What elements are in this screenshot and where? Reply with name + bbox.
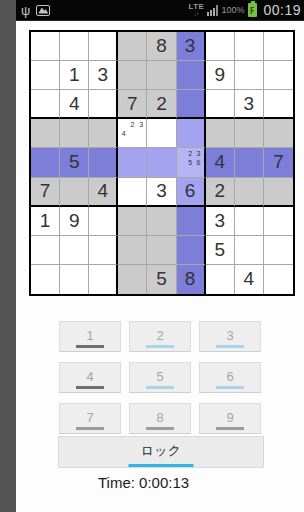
keypad-button-7[interactable]: 7 bbox=[59, 403, 121, 434]
cell-r8c2[interactable] bbox=[60, 236, 89, 265]
cell-value: 8 bbox=[185, 268, 196, 290]
cell-r1c9[interactable] bbox=[264, 32, 293, 61]
cell-r2c9[interactable] bbox=[264, 61, 293, 90]
keypad-button-label: 4 bbox=[86, 369, 93, 384]
keypad-button-label: 2 bbox=[156, 328, 163, 343]
cell-r5c6[interactable]: 2356 bbox=[177, 148, 206, 177]
screenshot-icon-mountain bbox=[38, 8, 48, 14]
cell-r8c7[interactable]: 5 bbox=[206, 236, 235, 265]
screenshot-icon bbox=[36, 5, 50, 16]
cell-r5c8[interactable] bbox=[235, 148, 264, 177]
cell-r9c7[interactable] bbox=[206, 265, 235, 294]
cell-r4c9[interactable] bbox=[264, 119, 293, 148]
cell-r5c1[interactable] bbox=[31, 148, 60, 177]
cell-r9c1[interactable] bbox=[31, 265, 60, 294]
cell-r7c5[interactable] bbox=[147, 207, 176, 236]
cell-r5c7[interactable]: 4 bbox=[206, 148, 235, 177]
cell-r5c3[interactable] bbox=[89, 148, 118, 177]
cell-r8c5[interactable] bbox=[147, 236, 176, 265]
cell-r4c1[interactable] bbox=[31, 119, 60, 148]
cell-r4c3[interactable] bbox=[89, 119, 118, 148]
cell-r5c5[interactable] bbox=[147, 148, 176, 177]
cell-r5c2[interactable]: 5 bbox=[60, 148, 89, 177]
keypad-button-label: 8 bbox=[156, 410, 163, 425]
cell-r6c9[interactable] bbox=[264, 178, 293, 207]
cell-value: 5 bbox=[69, 151, 80, 173]
cell-r7c2[interactable]: 9 bbox=[60, 207, 89, 236]
cell-r1c6[interactable]: 3 bbox=[177, 32, 206, 61]
cell-value: 2 bbox=[156, 93, 167, 115]
keypad-button-label: 6 bbox=[226, 369, 233, 384]
keypad-button-4[interactable]: 4 bbox=[59, 362, 121, 393]
cell-r9c5[interactable]: 5 bbox=[147, 265, 176, 294]
charging-bolt-icon: ϝ bbox=[250, 5, 254, 14]
sudoku-grid: 8313947232345235647743621935584 bbox=[29, 30, 295, 296]
status-right-icons: LTE ↓↑ 100% ϝ 00:19 bbox=[188, 2, 301, 18]
cell-r6c7[interactable]: 2 bbox=[206, 178, 235, 207]
cell-r7c4[interactable] bbox=[118, 207, 147, 236]
cell-value: 6 bbox=[185, 180, 196, 202]
cell-r7c9[interactable] bbox=[264, 207, 293, 236]
cell-r8c4[interactable] bbox=[118, 236, 147, 265]
cell-r5c9[interactable]: 7 bbox=[264, 148, 293, 177]
cell-r8c9[interactable] bbox=[264, 236, 293, 265]
cell-r2c7[interactable]: 9 bbox=[206, 61, 235, 90]
status-clock: 00:19 bbox=[263, 2, 301, 18]
keypad-toggle-indicator bbox=[216, 345, 244, 348]
cell-value: 4 bbox=[69, 93, 80, 115]
keypad-toggle-indicator bbox=[216, 386, 244, 389]
keypad-button-9[interactable]: 9 bbox=[199, 403, 261, 434]
cell-r4c7[interactable] bbox=[206, 119, 235, 148]
cell-r5c4[interactable] bbox=[118, 148, 147, 177]
network-activity-arrows-icon: ↓↑ bbox=[194, 12, 199, 17]
battery-charging-icon: ϝ bbox=[248, 3, 257, 17]
cell-r9c6[interactable]: 8 bbox=[177, 265, 206, 294]
cell-r1c1[interactable] bbox=[31, 32, 60, 61]
cell-value: 5 bbox=[156, 268, 167, 290]
cell-r3c3[interactable] bbox=[89, 90, 118, 119]
keypad-toggle-indicator bbox=[146, 386, 174, 389]
cell-r7c3[interactable] bbox=[89, 207, 118, 236]
cell-r9c9[interactable] bbox=[264, 265, 293, 294]
cell-r2c4[interactable] bbox=[118, 61, 147, 90]
candidate-grid: 2356 bbox=[178, 149, 203, 175]
cell-r8c6[interactable] bbox=[177, 236, 206, 265]
keypad-button-label: 5 bbox=[156, 369, 163, 384]
app-screen: ψ LTE ↓↑ 100% ϝ 00:19 831394723234523564… bbox=[16, 0, 304, 512]
cell-value: 4 bbox=[97, 180, 108, 202]
cell-value: 9 bbox=[69, 210, 80, 232]
keypad-toggle-indicator bbox=[216, 427, 244, 430]
cell-value: 3 bbox=[156, 180, 167, 202]
cell-r6c5[interactable]: 3 bbox=[147, 178, 176, 207]
cell-r3c1[interactable] bbox=[31, 90, 60, 119]
cell-r3c7[interactable] bbox=[206, 90, 235, 119]
cell-value: 9 bbox=[214, 64, 225, 86]
number-keypad: 123456789 bbox=[59, 321, 261, 434]
cell-r6c2[interactable] bbox=[60, 178, 89, 207]
status-bar: ψ LTE ↓↑ 100% ϝ 00:19 bbox=[16, 0, 304, 21]
cell-value: 3 bbox=[244, 93, 255, 115]
keypad-toggle-indicator bbox=[76, 386, 104, 389]
cell-r9c2[interactable] bbox=[60, 265, 89, 294]
cell-r8c3[interactable] bbox=[89, 236, 118, 265]
keypad-button-label: 3 bbox=[226, 328, 233, 343]
cell-value: 5 bbox=[214, 239, 225, 261]
cell-value: 3 bbox=[214, 210, 225, 232]
cell-r8c8[interactable] bbox=[235, 236, 264, 265]
keypad-button-8[interactable]: 8 bbox=[129, 403, 191, 434]
cell-r1c7[interactable] bbox=[206, 32, 235, 61]
cell-value: 7 bbox=[40, 180, 51, 202]
keypad-toggle-indicator bbox=[76, 345, 104, 348]
keypad-button-label: 7 bbox=[86, 410, 93, 425]
cell-r2c3[interactable]: 3 bbox=[89, 61, 118, 90]
cell-r3c2[interactable]: 4 bbox=[60, 90, 89, 119]
usb-icon: ψ bbox=[21, 4, 30, 17]
keypad-button-label: 1 bbox=[86, 328, 93, 343]
lock-toggle-button[interactable]: ロック bbox=[58, 436, 264, 468]
cell-r4c5[interactable] bbox=[147, 119, 176, 148]
cell-r4c8[interactable] bbox=[235, 119, 264, 148]
cell-r7c8[interactable] bbox=[235, 207, 264, 236]
cell-r7c7[interactable]: 3 bbox=[206, 207, 235, 236]
cell-r3c6[interactable] bbox=[177, 90, 206, 119]
cell-value: 7 bbox=[273, 151, 284, 173]
cell-value: 7 bbox=[127, 93, 138, 115]
cell-value: 4 bbox=[244, 268, 255, 290]
keypad-button-1[interactable]: 1 bbox=[59, 321, 121, 352]
cell-r1c3[interactable] bbox=[89, 32, 118, 61]
cell-r4c2[interactable] bbox=[60, 119, 89, 148]
cell-value: 3 bbox=[97, 64, 108, 86]
cell-r3c4[interactable]: 7 bbox=[118, 90, 147, 119]
cell-r2c1[interactable] bbox=[31, 61, 60, 90]
cell-r2c5[interactable] bbox=[147, 61, 176, 90]
keypad-button-3[interactable]: 3 bbox=[199, 321, 261, 352]
status-left-icons: ψ bbox=[21, 4, 50, 17]
keypad-toggle-indicator bbox=[146, 345, 174, 348]
cell-r3c8[interactable]: 3 bbox=[235, 90, 264, 119]
cell-r1c5[interactable]: 8 bbox=[147, 32, 176, 61]
lock-button-toggle-indicator bbox=[129, 464, 194, 467]
network-type-indicator: LTE ↓↑ bbox=[188, 3, 204, 17]
cell-r3c5[interactable]: 2 bbox=[147, 90, 176, 119]
cell-r9c8[interactable]: 4 bbox=[235, 265, 264, 294]
cell-r2c2[interactable]: 1 bbox=[60, 61, 89, 90]
cell-r6c6[interactable]: 6 bbox=[177, 178, 206, 207]
cell-value: 4 bbox=[214, 151, 225, 173]
cell-value: 1 bbox=[69, 64, 80, 86]
keypad-button-label: 9 bbox=[226, 410, 233, 425]
cell-r2c8[interactable] bbox=[235, 61, 264, 90]
signal-strength-icon bbox=[207, 5, 218, 16]
cell-r4c6[interactable] bbox=[177, 119, 206, 148]
timer-label: Time: 0:00:13 bbox=[98, 474, 189, 491]
cell-r8c1[interactable] bbox=[31, 236, 60, 265]
cell-r6c3[interactable]: 4 bbox=[89, 178, 118, 207]
keypad-toggle-indicator bbox=[146, 427, 174, 430]
cell-r1c2[interactable] bbox=[60, 32, 89, 61]
keypad-button-5[interactable]: 5 bbox=[129, 362, 191, 393]
cell-value: 1 bbox=[40, 210, 51, 232]
cell-r9c3[interactable] bbox=[89, 265, 118, 294]
cell-r9c4[interactable] bbox=[118, 265, 147, 294]
cell-r7c1[interactable]: 1 bbox=[31, 207, 60, 236]
cell-r6c1[interactable]: 7 bbox=[31, 178, 60, 207]
cell-value: 8 bbox=[156, 35, 167, 57]
candidate-grid: 234 bbox=[119, 120, 145, 146]
battery-percent-label: 100% bbox=[221, 5, 244, 15]
cell-r3c9[interactable] bbox=[264, 90, 293, 119]
cell-r2c6[interactable] bbox=[177, 61, 206, 90]
keypad-button-2[interactable]: 2 bbox=[129, 321, 191, 352]
cell-r1c4[interactable] bbox=[118, 32, 147, 61]
cell-r7c6[interactable] bbox=[177, 207, 206, 236]
lock-button-label: ロック bbox=[141, 442, 181, 460]
cell-r4c4[interactable]: 234 bbox=[118, 119, 147, 148]
cell-r6c8[interactable] bbox=[235, 178, 264, 207]
network-type-label: LTE bbox=[188, 3, 204, 11]
cell-value: 3 bbox=[185, 35, 196, 57]
keypad-button-6[interactable]: 6 bbox=[199, 362, 261, 393]
cell-r6c4[interactable] bbox=[118, 178, 147, 207]
cell-value: 2 bbox=[214, 180, 225, 202]
keypad-toggle-indicator bbox=[76, 427, 104, 430]
cell-r1c8[interactable] bbox=[235, 32, 264, 61]
